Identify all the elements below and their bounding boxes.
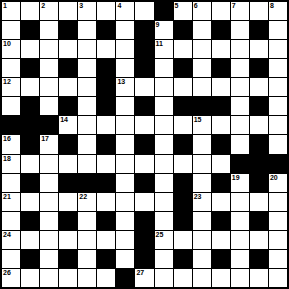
black-cell	[212, 21, 230, 39]
black-cell	[59, 97, 77, 115]
white-cell[interactable]	[231, 40, 249, 58]
clue-number: 16	[3, 135, 11, 143]
white-cell[interactable]	[59, 78, 77, 96]
white-cell[interactable]	[40, 40, 58, 58]
white-cell[interactable]	[250, 269, 268, 287]
black-cell	[21, 212, 39, 230]
white-cell[interactable]	[231, 59, 249, 77]
black-cell	[21, 116, 39, 134]
white-cell[interactable]	[269, 231, 287, 249]
white-cell[interactable]	[193, 78, 211, 96]
white-cell[interactable]	[250, 2, 268, 20]
white-cell[interactable]	[269, 116, 287, 134]
black-cell	[135, 135, 153, 153]
black-cell	[174, 135, 192, 153]
black-cell	[97, 212, 115, 230]
white-cell[interactable]	[59, 2, 77, 20]
black-cell	[250, 155, 268, 173]
clue-number: 23	[194, 193, 202, 201]
white-cell[interactable]	[155, 116, 173, 134]
black-cell	[21, 59, 39, 77]
black-cell	[250, 97, 268, 115]
white-cell[interactable]: 2	[40, 2, 58, 20]
black-cell	[40, 116, 58, 134]
white-cell[interactable]	[155, 250, 173, 268]
clue-number: 10	[3, 40, 11, 48]
clue-number: 17	[41, 135, 49, 143]
white-cell[interactable]: 7	[231, 2, 249, 20]
white-cell[interactable]: 26	[2, 269, 20, 287]
black-cell	[21, 250, 39, 268]
white-cell[interactable]	[212, 155, 230, 173]
black-cell	[135, 21, 153, 39]
white-cell[interactable]: 4	[116, 2, 134, 20]
white-cell[interactable]	[78, 40, 96, 58]
white-cell[interactable]	[40, 21, 58, 39]
white-cell[interactable]	[116, 97, 134, 115]
clue-number: 2	[41, 2, 45, 10]
white-cell[interactable]	[212, 2, 230, 20]
white-cell[interactable]	[212, 116, 230, 134]
white-cell[interactable]: 9	[155, 21, 173, 39]
white-cell[interactable]	[59, 269, 77, 287]
white-cell[interactable]: 5	[174, 2, 192, 20]
white-cell[interactable]	[250, 78, 268, 96]
black-cell	[97, 250, 115, 268]
white-cell[interactable]	[116, 231, 134, 249]
white-cell[interactable]	[116, 116, 134, 134]
white-cell[interactable]	[40, 269, 58, 287]
black-cell	[78, 174, 96, 192]
clue-number: 12	[3, 78, 11, 86]
white-cell[interactable]	[231, 250, 249, 268]
white-cell[interactable]	[174, 116, 192, 134]
white-cell[interactable]	[97, 40, 115, 58]
black-cell	[212, 212, 230, 230]
black-cell	[59, 59, 77, 77]
white-cell[interactable]	[269, 59, 287, 77]
white-cell[interactable]	[40, 250, 58, 268]
white-cell[interactable]	[40, 78, 58, 96]
white-cell[interactable]	[269, 135, 287, 153]
white-cell[interactable]	[2, 212, 20, 230]
white-cell[interactable]	[155, 155, 173, 173]
clue-number: 27	[136, 269, 144, 277]
white-cell[interactable]	[269, 269, 287, 287]
black-cell	[59, 174, 77, 192]
white-cell[interactable]	[135, 78, 153, 96]
white-cell[interactable]	[212, 78, 230, 96]
black-cell	[155, 2, 173, 20]
white-cell[interactable]	[21, 269, 39, 287]
clue-number: 4	[117, 2, 121, 10]
white-cell[interactable]	[135, 116, 153, 134]
clue-number: 15	[194, 116, 202, 124]
white-cell[interactable]	[193, 135, 211, 153]
white-cell[interactable]	[78, 250, 96, 268]
white-cell[interactable]	[59, 155, 77, 173]
black-cell	[135, 97, 153, 115]
white-cell[interactable]	[155, 174, 173, 192]
black-cell	[21, 135, 39, 153]
white-cell[interactable]	[78, 212, 96, 230]
white-cell[interactable]	[2, 174, 20, 192]
white-cell[interactable]	[40, 155, 58, 173]
clue-number: 21	[3, 193, 11, 201]
white-cell[interactable]	[231, 269, 249, 287]
black-cell	[212, 250, 230, 268]
clue-number: 11	[156, 40, 163, 48]
black-cell	[59, 212, 77, 230]
white-cell[interactable]	[193, 21, 211, 39]
black-cell	[212, 174, 230, 192]
white-cell[interactable]	[155, 97, 173, 115]
white-cell[interactable]	[2, 250, 20, 268]
white-cell[interactable]	[212, 40, 230, 58]
white-cell[interactable]	[231, 78, 249, 96]
white-cell[interactable]: 20	[269, 174, 287, 192]
black-cell	[174, 250, 192, 268]
black-cell	[250, 59, 268, 77]
black-cell	[250, 135, 268, 153]
white-cell[interactable]	[97, 155, 115, 173]
white-cell[interactable]: 23	[193, 193, 211, 211]
white-cell[interactable]: 12	[2, 78, 20, 96]
white-cell[interactable]	[2, 97, 20, 115]
black-cell	[97, 21, 115, 39]
clue-number: 18	[3, 155, 11, 163]
white-cell[interactable]	[97, 231, 115, 249]
white-cell[interactable]	[78, 78, 96, 96]
white-cell[interactable]	[59, 231, 77, 249]
black-cell	[97, 59, 115, 77]
white-cell[interactable]	[231, 135, 249, 153]
white-cell[interactable]	[269, 78, 287, 96]
clue-number: 7	[232, 2, 236, 10]
crossword-board: 1234567891011121314151617181920212223242…	[0, 0, 289, 289]
black-cell	[250, 21, 268, 39]
black-cell	[212, 97, 230, 115]
white-cell[interactable]	[78, 135, 96, 153]
white-cell[interactable]	[97, 2, 115, 20]
black-cell	[135, 231, 153, 249]
white-cell[interactable]	[231, 212, 249, 230]
white-cell[interactable]	[116, 40, 134, 58]
white-cell[interactable]	[212, 231, 230, 249]
white-cell[interactable]	[78, 269, 96, 287]
white-cell[interactable]	[21, 40, 39, 58]
white-cell[interactable]: 14	[59, 116, 77, 134]
black-cell	[97, 135, 115, 153]
black-cell	[59, 135, 77, 153]
black-cell	[97, 97, 115, 115]
white-cell[interactable]: 27	[135, 269, 153, 287]
black-cell	[97, 78, 115, 96]
white-cell[interactable]: 18	[2, 155, 20, 173]
white-cell[interactable]	[78, 116, 96, 134]
white-cell[interactable]	[116, 250, 134, 268]
white-cell[interactable]	[97, 193, 115, 211]
white-cell[interactable]	[116, 155, 134, 173]
clue-number: 26	[3, 269, 11, 277]
white-cell[interactable]	[78, 97, 96, 115]
white-cell[interactable]	[21, 231, 39, 249]
black-cell	[135, 250, 153, 268]
black-cell	[116, 269, 134, 287]
black-cell	[250, 174, 268, 192]
white-cell[interactable]: 22	[78, 193, 96, 211]
white-cell[interactable]	[116, 59, 134, 77]
white-cell[interactable]	[193, 212, 211, 230]
clue-number: 14	[60, 116, 68, 124]
black-cell	[135, 174, 153, 192]
white-cell[interactable]	[135, 2, 153, 20]
black-cell	[174, 59, 192, 77]
white-cell[interactable]: 24	[2, 231, 20, 249]
white-cell[interactable]	[231, 231, 249, 249]
clue-number: 20	[270, 174, 278, 182]
white-cell[interactable]	[59, 40, 77, 58]
clue-number: 3	[79, 2, 83, 10]
white-cell[interactable]	[78, 21, 96, 39]
white-cell[interactable]	[193, 59, 211, 77]
black-cell	[135, 212, 153, 230]
black-cell	[21, 174, 39, 192]
black-cell	[59, 250, 77, 268]
white-cell[interactable]: 21	[2, 193, 20, 211]
clue-number: 24	[3, 231, 11, 239]
white-cell[interactable]	[155, 269, 173, 287]
white-cell[interactable]	[269, 193, 287, 211]
clue-number: 19	[232, 174, 240, 182]
white-cell[interactable]	[269, 97, 287, 115]
white-cell[interactable]	[78, 231, 96, 249]
white-cell[interactable]	[2, 59, 20, 77]
white-cell[interactable]	[155, 212, 173, 230]
white-cell[interactable]	[135, 155, 153, 173]
black-cell	[21, 21, 39, 39]
white-cell[interactable]	[193, 174, 211, 192]
clue-number: 25	[156, 231, 164, 239]
black-cell	[231, 155, 249, 173]
black-cell	[212, 59, 230, 77]
white-cell[interactable]	[97, 116, 115, 134]
white-cell[interactable]	[78, 59, 96, 77]
clue-number: 5	[175, 2, 179, 10]
white-cell[interactable]: 15	[193, 116, 211, 134]
white-cell[interactable]	[135, 193, 153, 211]
white-cell[interactable]	[250, 231, 268, 249]
white-cell[interactable]	[269, 250, 287, 268]
white-cell[interactable]: 11	[155, 40, 173, 58]
clue-number: 22	[79, 193, 87, 201]
white-cell[interactable]	[250, 40, 268, 58]
white-cell[interactable]	[174, 155, 192, 173]
black-cell	[250, 212, 268, 230]
white-cell[interactable]: 19	[231, 174, 249, 192]
white-cell[interactable]	[193, 250, 211, 268]
black-cell	[2, 116, 20, 134]
black-cell	[174, 174, 192, 192]
white-cell[interactable]	[116, 21, 134, 39]
white-cell[interactable]	[155, 59, 173, 77]
white-cell[interactable]	[174, 269, 192, 287]
white-cell[interactable]	[212, 269, 230, 287]
white-cell[interactable]	[193, 40, 211, 58]
black-cell	[59, 21, 77, 39]
white-cell[interactable]	[116, 193, 134, 211]
white-cell[interactable]	[116, 212, 134, 230]
white-cell[interactable]: 16	[2, 135, 20, 153]
white-cell[interactable]: 6	[193, 2, 211, 20]
white-cell[interactable]	[59, 193, 77, 211]
white-cell[interactable]	[155, 78, 173, 96]
white-cell[interactable]	[116, 135, 134, 153]
white-cell[interactable]	[2, 21, 20, 39]
clue-number: 13	[117, 78, 125, 86]
white-cell[interactable]	[193, 269, 211, 287]
white-cell[interactable]	[269, 212, 287, 230]
white-cell[interactable]	[21, 155, 39, 173]
white-cell[interactable]	[250, 193, 268, 211]
white-cell[interactable]	[269, 21, 287, 39]
black-cell	[135, 59, 153, 77]
white-cell[interactable]	[40, 59, 58, 77]
white-cell[interactable]	[193, 231, 211, 249]
black-cell	[193, 97, 211, 115]
black-cell	[135, 40, 153, 58]
white-cell[interactable]	[40, 97, 58, 115]
white-cell[interactable]: 10	[2, 40, 20, 58]
white-cell[interactable]: 17	[40, 135, 58, 153]
white-cell[interactable]	[155, 135, 173, 153]
clue-number: 8	[270, 2, 274, 10]
white-cell[interactable]	[174, 78, 192, 96]
white-cell[interactable]	[269, 40, 287, 58]
white-cell[interactable]	[231, 193, 249, 211]
white-cell[interactable]	[40, 193, 58, 211]
black-cell	[174, 97, 192, 115]
clue-number: 6	[194, 2, 198, 10]
white-cell[interactable]	[155, 193, 173, 211]
white-cell[interactable]	[40, 212, 58, 230]
black-cell	[269, 155, 287, 173]
white-cell[interactable]	[231, 21, 249, 39]
white-cell[interactable]	[212, 193, 230, 211]
white-cell[interactable]	[174, 40, 192, 58]
black-cell	[174, 193, 192, 211]
white-cell[interactable]	[21, 2, 39, 20]
crossword-puzzle: 1234567891011121314151617181920212223242…	[0, 0, 289, 289]
white-cell[interactable]	[78, 155, 96, 173]
white-cell[interactable]	[21, 78, 39, 96]
white-cell[interactable]	[40, 174, 58, 192]
white-cell[interactable]: 13	[116, 78, 134, 96]
white-cell[interactable]: 1	[2, 2, 20, 20]
clue-number: 9	[156, 21, 160, 29]
white-cell[interactable]: 3	[78, 2, 96, 20]
clue-number: 1	[3, 2, 7, 10]
black-cell	[97, 174, 115, 192]
black-cell	[212, 135, 230, 153]
white-cell[interactable]	[174, 231, 192, 249]
white-cell[interactable]	[40, 231, 58, 249]
white-cell[interactable]	[21, 193, 39, 211]
black-cell	[174, 212, 192, 230]
white-cell[interactable]	[250, 116, 268, 134]
white-cell[interactable]	[116, 174, 134, 192]
white-cell[interactable]	[97, 269, 115, 287]
white-cell[interactable]	[193, 155, 211, 173]
white-cell[interactable]	[231, 97, 249, 115]
black-cell	[21, 97, 39, 115]
white-cell[interactable]: 8	[269, 2, 287, 20]
black-cell	[174, 21, 192, 39]
white-cell[interactable]	[231, 116, 249, 134]
white-cell[interactable]: 25	[155, 231, 173, 249]
black-cell	[250, 250, 268, 268]
